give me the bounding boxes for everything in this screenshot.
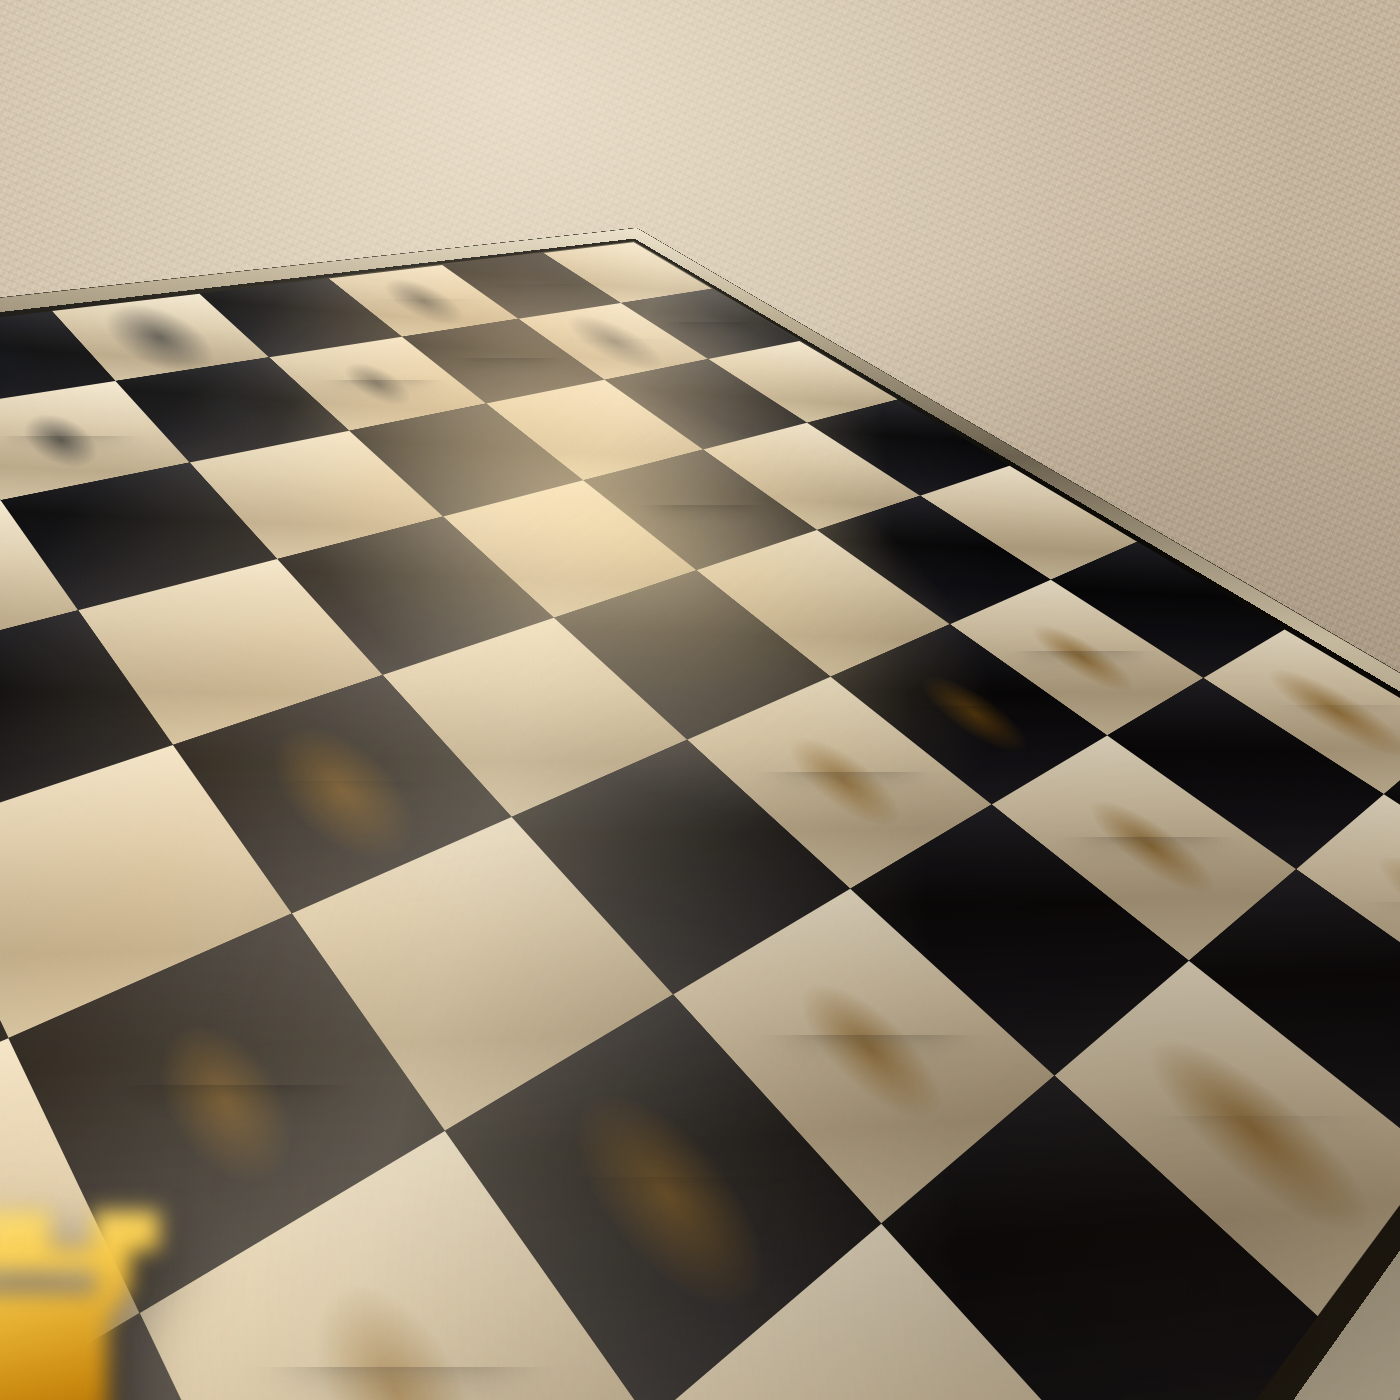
gold-bishop-icon: ♝ xyxy=(1038,769,1400,1130)
chess-board: ♚♛♞♝♝♟♟♟♟♟♟♜♜♞♞♝♝♟♟♟♟♟♟♟♟ xyxy=(0,228,1400,1400)
board-surface: ♚♛♞♝♝♟♟♟♟♟♟♜♜♞♞♝♝♟♟♟♟♟♟♟♟ xyxy=(0,242,1400,1400)
board-frame-groove: ♚♛♞♝♝♟♟♟♟♟♟♜♜♞♞♝♝♟♟♟♟♟♟♟♟ xyxy=(0,239,1400,1400)
gold-bishop-icon: ♝ xyxy=(159,472,526,793)
board-frame: ♚♛♞♝♝♟♟♟♟♟♟♜♜♞♞♝♝♟♟♟♟♟♟♟♟ xyxy=(0,228,1400,1400)
table-surface: ♚♛♞♝♝♟♟♟♟♟♟♜♜♞♞♝♝♟♟♟♟♟♟♟♟ xyxy=(0,0,1400,1400)
gold-rook-icon: ♜ xyxy=(0,1151,350,1400)
photo-frame: ♚♛♞♝♝♟♟♟♟♟♟♜♜♞♞♝♝♟♟♟♟♟♟♟♟ xyxy=(0,0,1400,1400)
silver-pawn-icon: ♟ xyxy=(0,269,200,445)
